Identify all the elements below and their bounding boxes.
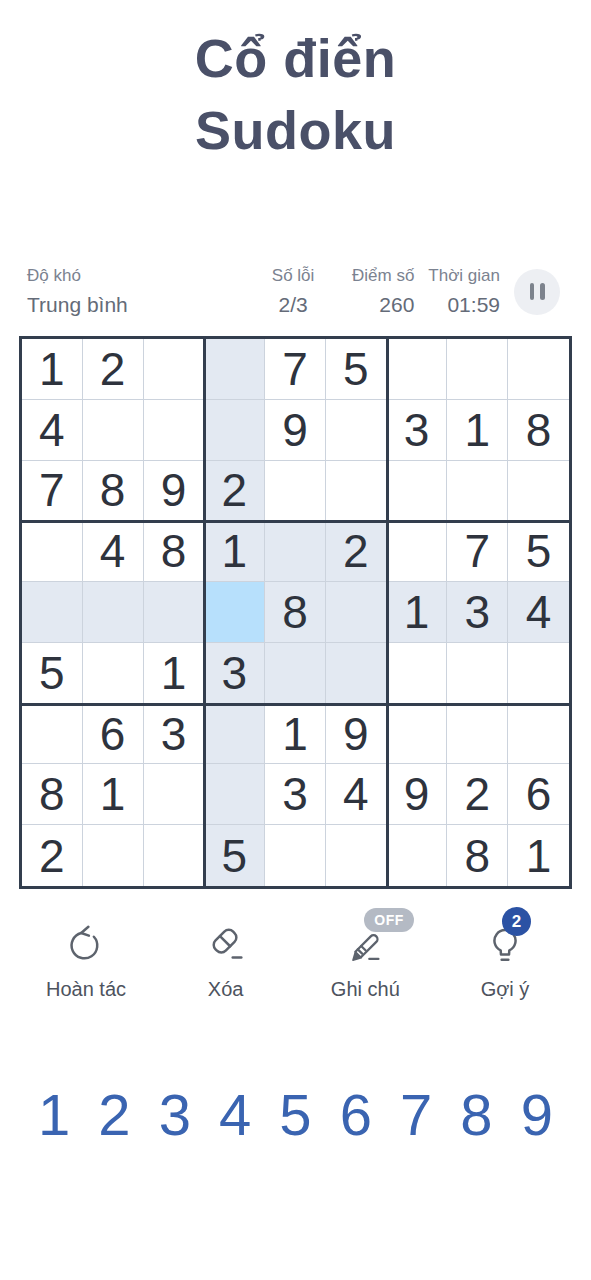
numpad-button-5[interactable]: 5 [279, 1086, 311, 1144]
cell-r9c7[interactable] [387, 825, 448, 886]
cell-r3c9[interactable] [508, 461, 569, 522]
cell-r2c1[interactable]: 4 [22, 400, 83, 461]
cell-r3c5[interactable] [265, 461, 326, 522]
stat-time: Thời gian 01:59 [428, 266, 500, 317]
cell-r1c4[interactable] [204, 339, 265, 400]
cell-r9c4[interactable]: 5 [204, 825, 265, 886]
pause-icon [530, 283, 545, 300]
cell-r5c6[interactable] [326, 582, 387, 643]
cell-r6c7[interactable] [387, 643, 448, 704]
sudoku-grid: 1275493187892481275813451363198134926258… [19, 336, 572, 889]
notes-off-badge: OFF [364, 908, 414, 932]
cell-r1c3[interactable] [144, 339, 205, 400]
numpad-button-8[interactable]: 8 [460, 1086, 492, 1144]
notes-label: Ghi chú [331, 978, 400, 1001]
cell-r2c3[interactable] [144, 400, 205, 461]
cell-r4c9[interactable]: 5 [508, 521, 569, 582]
cell-r2c2[interactable] [83, 400, 144, 461]
cell-r7c9[interactable] [508, 704, 569, 765]
cell-r5c3[interactable] [144, 582, 205, 643]
numpad-button-4[interactable]: 4 [219, 1086, 251, 1144]
title-line-1: Cổ điển [0, 22, 591, 94]
pause-button[interactable] [514, 269, 560, 315]
cell-r2c6[interactable] [326, 400, 387, 461]
cell-r9c3[interactable] [144, 825, 205, 886]
erase-label: Xóa [208, 978, 244, 1001]
cell-r3c3[interactable]: 9 [144, 461, 205, 522]
cell-r8c5[interactable]: 3 [265, 764, 326, 825]
cell-r5c1[interactable] [22, 582, 83, 643]
page-title: Cổ điển Sudoku [0, 22, 591, 166]
undo-button[interactable]: Hoàn tác [20, 916, 152, 1001]
stat-score: Điểm số 260 [352, 266, 414, 317]
cell-r7c6[interactable]: 9 [326, 704, 387, 765]
cell-r7c1[interactable] [22, 704, 83, 765]
cell-r9c6[interactable] [326, 825, 387, 886]
cell-r1c2[interactable]: 2 [83, 339, 144, 400]
cell-r2c7[interactable]: 3 [387, 400, 448, 461]
cell-r9c2[interactable] [83, 825, 144, 886]
cell-r4c4[interactable]: 1 [204, 521, 265, 582]
numpad-button-6[interactable]: 6 [340, 1086, 372, 1144]
hint-count-badge: 2 [502, 907, 531, 936]
cell-r5c7[interactable]: 1 [387, 582, 448, 643]
cell-r3c2[interactable]: 8 [83, 461, 144, 522]
cell-r2c9[interactable]: 8 [508, 400, 569, 461]
cell-r4c2[interactable]: 4 [83, 521, 144, 582]
time-value: 01:59 [428, 293, 500, 317]
notes-button[interactable]: OFF Ghi chú [299, 916, 431, 1001]
numpad-button-3[interactable]: 3 [159, 1086, 191, 1144]
cell-r8c4[interactable] [204, 764, 265, 825]
cell-r2c5[interactable]: 9 [265, 400, 326, 461]
cell-r5c9[interactable]: 4 [508, 582, 569, 643]
erase-button[interactable]: Xóa [160, 916, 292, 1001]
cell-r6c3[interactable]: 1 [144, 643, 205, 704]
cell-r9c8[interactable]: 8 [447, 825, 508, 886]
stat-mistakes: Số lỗi 2/3 [272, 266, 315, 317]
cell-r1c6[interactable]: 5 [326, 339, 387, 400]
cell-r2c8[interactable]: 1 [447, 400, 508, 461]
cell-r8c1[interactable]: 8 [22, 764, 83, 825]
numpad: 1 2 3 4 5 6 7 8 9 [24, 1086, 567, 1144]
cell-r8c9[interactable]: 6 [508, 764, 569, 825]
cell-r8c7[interactable]: 9 [387, 764, 448, 825]
difficulty-label: Độ khó [27, 266, 128, 286]
cell-r8c3[interactable] [144, 764, 205, 825]
cell-r6c5[interactable] [265, 643, 326, 704]
cell-r4c3[interactable]: 8 [144, 521, 205, 582]
difficulty-value: Trung bình [27, 293, 128, 317]
cell-r6c2[interactable] [83, 643, 144, 704]
score-value: 260 [352, 293, 414, 317]
cell-r7c5[interactable]: 1 [265, 704, 326, 765]
cell-r9c1[interactable]: 2 [22, 825, 83, 886]
cell-r4c1[interactable] [22, 521, 83, 582]
cell-r9c9[interactable]: 1 [508, 825, 569, 886]
cell-r9c5[interactable] [265, 825, 326, 886]
cell-r3c4[interactable]: 2 [204, 461, 265, 522]
eraser-icon [203, 922, 249, 968]
cell-r1c1[interactable]: 1 [22, 339, 83, 400]
cell-r8c6[interactable]: 4 [326, 764, 387, 825]
mistakes-label: Số lỗi [272, 266, 315, 286]
cell-r4c8[interactable]: 7 [447, 521, 508, 582]
numpad-button-9[interactable]: 9 [521, 1086, 553, 1144]
score-label: Điểm số [352, 266, 414, 286]
cell-r5c4[interactable] [204, 582, 265, 643]
cell-r1c9[interactable] [508, 339, 569, 400]
cell-r1c8[interactable] [447, 339, 508, 400]
cell-r6c1[interactable]: 5 [22, 643, 83, 704]
cell-r6c8[interactable] [447, 643, 508, 704]
cell-r7c4[interactable] [204, 704, 265, 765]
cell-r7c2[interactable]: 6 [83, 704, 144, 765]
cell-r7c7[interactable] [387, 704, 448, 765]
hint-button[interactable]: 2 Gợi ý [439, 916, 571, 1001]
numpad-button-2[interactable]: 2 [98, 1086, 130, 1144]
toolbar: Hoàn tác Xóa [20, 916, 571, 1001]
cell-r8c2[interactable]: 1 [83, 764, 144, 825]
cell-r1c7[interactable] [387, 339, 448, 400]
numpad-button-1[interactable]: 1 [38, 1086, 70, 1144]
cell-r3c1[interactable]: 7 [22, 461, 83, 522]
cell-r7c8[interactable] [447, 704, 508, 765]
cell-r4c6[interactable]: 2 [326, 521, 387, 582]
title-line-2: Sudoku [0, 94, 591, 166]
cell-r5c8[interactable]: 3 [447, 582, 508, 643]
undo-icon [63, 922, 109, 968]
hint-label: Gợi ý [481, 978, 530, 1001]
cell-r6c6[interactable] [326, 643, 387, 704]
time-label: Thời gian [428, 266, 500, 286]
cell-r6c4[interactable]: 3 [204, 643, 265, 704]
cell-r5c5[interactable]: 8 [265, 582, 326, 643]
cell-r8c8[interactable]: 2 [447, 764, 508, 825]
cell-r4c5[interactable] [265, 521, 326, 582]
cell-r3c7[interactable] [387, 461, 448, 522]
stat-difficulty: Độ khó Trung bình [27, 266, 128, 317]
cell-r2c4[interactable] [204, 400, 265, 461]
cell-r1c5[interactable]: 7 [265, 339, 326, 400]
cell-r6c9[interactable] [508, 643, 569, 704]
cell-r4c7[interactable] [387, 521, 448, 582]
undo-label: Hoàn tác [46, 978, 126, 1001]
cell-r5c2[interactable] [83, 582, 144, 643]
numpad-button-7[interactable]: 7 [400, 1086, 432, 1144]
cell-r3c8[interactable] [447, 461, 508, 522]
stats-bar: Độ khó Trung bình Số lỗi 2/3 Điểm số 260… [27, 266, 560, 317]
cell-r7c3[interactable]: 3 [144, 704, 205, 765]
cell-r3c6[interactable] [326, 461, 387, 522]
mistakes-value: 2/3 [272, 293, 315, 317]
